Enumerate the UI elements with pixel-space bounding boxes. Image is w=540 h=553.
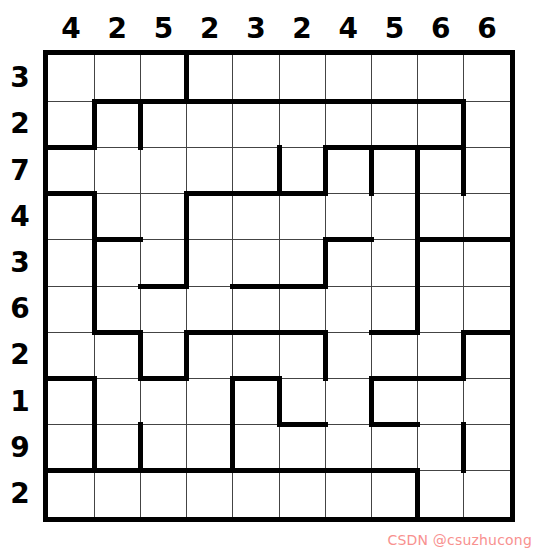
region-wall-vertical — [415, 145, 420, 196]
cell-r10-c6[interactable] — [279, 471, 325, 517]
region-wall-horizontal — [323, 99, 374, 104]
region-wall-vertical — [230, 376, 235, 427]
row-clue-7: 2 — [2, 338, 38, 372]
region-wall-horizontal — [230, 330, 281, 335]
cell-r10-c9[interactable] — [418, 471, 464, 517]
region-wall-horizontal — [230, 376, 281, 381]
cell-r1-c6[interactable] — [279, 55, 325, 101]
region-wall-vertical — [92, 237, 97, 288]
region-wall-vertical — [323, 237, 328, 288]
cell-r2-c3[interactable] — [140, 101, 186, 147]
cell-r9-c6[interactable] — [279, 425, 325, 471]
cell-r10-c1[interactable] — [48, 471, 94, 517]
cell-r6-c2[interactable] — [94, 286, 140, 332]
cell-r6-c3[interactable] — [140, 286, 186, 332]
cell-r9-c8[interactable] — [371, 425, 417, 471]
row-clue-10: 2 — [2, 477, 38, 511]
region-wall-horizontal — [48, 468, 97, 473]
cell-r9-c7[interactable] — [325, 425, 371, 471]
cell-r1-c10[interactable] — [464, 55, 510, 101]
cell-r5-c8[interactable] — [371, 240, 417, 286]
region-wall-vertical — [415, 191, 420, 242]
row-clue-5: 3 — [2, 246, 38, 280]
region-wall-horizontal — [92, 468, 143, 473]
cell-r5-c6[interactable] — [279, 240, 325, 286]
cell-r9-c4[interactable] — [187, 425, 233, 471]
region-wall-vertical — [138, 422, 143, 473]
cell-r1-c9[interactable] — [418, 55, 464, 101]
row-clue-1: 3 — [2, 61, 38, 95]
region-wall-vertical — [323, 330, 328, 381]
region-wall-horizontal — [48, 191, 97, 196]
cell-r3-c3[interactable] — [140, 147, 186, 193]
cell-r6-c9[interactable] — [418, 286, 464, 332]
cell-r5-c7[interactable] — [325, 240, 371, 286]
column-clue-3: 5 — [140, 12, 186, 46]
region-wall-horizontal — [461, 330, 510, 335]
region-wall-vertical — [92, 99, 97, 150]
region-wall-horizontal — [230, 191, 281, 196]
cell-r2-c7[interactable] — [325, 101, 371, 147]
region-wall-vertical — [369, 376, 374, 427]
region-wall-vertical — [138, 330, 143, 381]
region-wall-vertical — [230, 422, 235, 473]
cell-r10-c5[interactable] — [233, 471, 279, 517]
cell-r1-c3[interactable] — [140, 55, 186, 101]
region-wall-horizontal — [323, 145, 374, 150]
cell-r5-c4[interactable] — [187, 240, 233, 286]
column-clue-1: 4 — [48, 12, 94, 46]
region-wall-horizontal — [138, 99, 189, 104]
cell-r5-c5[interactable] — [233, 240, 279, 286]
region-wall-horizontal — [184, 99, 235, 104]
cell-r1-c4[interactable] — [187, 55, 233, 101]
region-wall-horizontal — [230, 99, 281, 104]
row-clue-4: 4 — [2, 200, 38, 234]
region-wall-vertical — [184, 330, 189, 381]
region-wall-vertical — [92, 284, 97, 335]
column-clue-4: 2 — [187, 12, 233, 46]
region-wall-horizontal — [369, 422, 420, 427]
cell-r5-c10[interactable] — [464, 240, 510, 286]
cell-r7-c6[interactable] — [279, 332, 325, 378]
cell-r8-c3[interactable] — [140, 378, 186, 424]
cell-r7-c2[interactable] — [94, 332, 140, 378]
region-wall-vertical — [461, 330, 466, 381]
cell-r6-c8[interactable] — [371, 286, 417, 332]
region-wall-horizontal — [277, 191, 328, 196]
region-wall-vertical — [184, 191, 189, 242]
row-clue-2: 2 — [2, 107, 38, 141]
region-wall-horizontal — [369, 330, 420, 335]
column-clue-5: 3 — [233, 12, 279, 46]
region-wall-vertical — [369, 145, 374, 196]
region-wall-horizontal — [277, 99, 328, 104]
cell-r6-c7[interactable] — [325, 286, 371, 332]
cell-r5-c2[interactable] — [94, 240, 140, 286]
column-clue-8: 5 — [371, 12, 417, 46]
region-wall-vertical — [461, 145, 466, 196]
cell-r9-c3[interactable] — [140, 425, 186, 471]
cell-r10-c10[interactable] — [464, 471, 510, 517]
cell-r2-c9[interactable] — [418, 101, 464, 147]
region-wall-horizontal — [415, 376, 466, 381]
cell-r4-c10[interactable] — [464, 194, 510, 240]
cell-r7-c7[interactable] — [325, 332, 371, 378]
region-wall-horizontal — [92, 99, 143, 104]
cell-r4-c5[interactable] — [233, 194, 279, 240]
cell-r5-c1[interactable] — [48, 240, 94, 286]
cell-r2-c6[interactable] — [279, 101, 325, 147]
region-wall-horizontal — [184, 468, 235, 473]
region-wall-horizontal — [277, 422, 328, 427]
region-wall-horizontal — [369, 145, 420, 150]
region-wall-horizontal — [277, 284, 328, 289]
row-clue-6: 6 — [2, 292, 38, 326]
cell-r10-c7[interactable] — [325, 471, 371, 517]
region-wall-horizontal — [369, 376, 420, 381]
cell-r8-c4[interactable] — [187, 378, 233, 424]
cell-r3-c8[interactable] — [371, 147, 417, 193]
region-wall-horizontal — [48, 145, 97, 150]
column-clue-6: 2 — [279, 12, 325, 46]
cell-r4-c2[interactable] — [94, 194, 140, 240]
cell-r9-c10[interactable] — [464, 425, 510, 471]
region-wall-vertical — [92, 191, 97, 242]
region-wall-horizontal — [415, 145, 466, 150]
region-wall-horizontal — [369, 468, 420, 473]
cell-r1-c1[interactable] — [48, 55, 94, 101]
cell-r2-c1[interactable] — [48, 101, 94, 147]
cell-r2-c2[interactable] — [94, 101, 140, 147]
cell-r9-c1[interactable] — [48, 425, 94, 471]
cell-r8-c1[interactable] — [48, 378, 94, 424]
cell-r3-c10[interactable] — [464, 147, 510, 193]
cell-r5-c9[interactable] — [418, 240, 464, 286]
row-clue-9: 9 — [2, 431, 38, 465]
region-wall-horizontal — [323, 237, 374, 242]
region-wall-horizontal — [277, 330, 328, 335]
cell-r9-c2[interactable] — [94, 425, 140, 471]
cell-r2-c8[interactable] — [371, 101, 417, 147]
cell-r4-c7[interactable] — [325, 194, 371, 240]
cell-r7-c4[interactable] — [187, 332, 233, 378]
cell-r3-c6[interactable] — [279, 147, 325, 193]
region-wall-vertical — [415, 284, 420, 335]
cell-r8-c2[interactable] — [94, 378, 140, 424]
cell-r2-c4[interactable] — [187, 101, 233, 147]
cell-r7-c5[interactable] — [233, 332, 279, 378]
cell-r8-c9[interactable] — [418, 378, 464, 424]
cell-r4-c3[interactable] — [140, 194, 186, 240]
region-wall-horizontal — [230, 284, 281, 289]
cell-r7-c1[interactable] — [48, 332, 94, 378]
column-clue-7: 4 — [325, 12, 371, 46]
region-wall-horizontal — [92, 330, 143, 335]
cell-r6-c5[interactable] — [233, 286, 279, 332]
cell-r3-c2[interactable] — [94, 147, 140, 193]
cell-r10-c8[interactable] — [371, 471, 417, 517]
cell-r10-c2[interactable] — [94, 471, 140, 517]
region-wall-horizontal — [138, 468, 189, 473]
cell-r6-c6[interactable] — [279, 286, 325, 332]
puzzle-grid[interactable] — [48, 55, 510, 517]
region-wall-vertical — [184, 55, 189, 104]
region-wall-vertical — [461, 99, 466, 150]
region-wall-horizontal — [138, 376, 189, 381]
watermark-text: CSDN @csuzhucong — [387, 532, 532, 548]
cell-r2-c10[interactable] — [464, 101, 510, 147]
cell-r3-c4[interactable] — [187, 147, 233, 193]
cell-r7-c8[interactable] — [371, 332, 417, 378]
cell-r4-c9[interactable] — [418, 194, 464, 240]
cell-r3-c5[interactable] — [233, 147, 279, 193]
region-wall-vertical — [138, 99, 143, 150]
region-wall-vertical — [415, 237, 420, 288]
region-wall-horizontal — [230, 468, 281, 473]
cell-r1-c5[interactable] — [233, 55, 279, 101]
region-wall-horizontal — [323, 468, 374, 473]
cell-r4-c1[interactable] — [48, 194, 94, 240]
cell-r3-c1[interactable] — [48, 147, 94, 193]
column-clue-9: 6 — [418, 12, 464, 46]
cell-r4-c4[interactable] — [187, 194, 233, 240]
cell-r6-c4[interactable] — [187, 286, 233, 332]
region-wall-vertical — [415, 468, 420, 517]
cell-r4-c6[interactable] — [279, 194, 325, 240]
region-wall-vertical — [184, 237, 189, 288]
row-clue-3: 7 — [2, 154, 38, 188]
cell-r8-c6[interactable] — [279, 378, 325, 424]
region-wall-horizontal — [138, 284, 189, 289]
cell-r5-c3[interactable] — [140, 240, 186, 286]
cell-r3-c7[interactable] — [325, 147, 371, 193]
cell-r7-c3[interactable] — [140, 332, 186, 378]
cell-r7-c9[interactable] — [418, 332, 464, 378]
region-wall-vertical — [92, 422, 97, 473]
region-wall-vertical — [92, 376, 97, 427]
cell-r1-c7[interactable] — [325, 55, 371, 101]
region-wall-horizontal — [92, 237, 143, 242]
cell-r10-c4[interactable] — [187, 471, 233, 517]
cell-r6-c1[interactable] — [48, 286, 94, 332]
cell-r4-c8[interactable] — [371, 194, 417, 240]
cell-r1-c2[interactable] — [94, 55, 140, 101]
cell-r8-c10[interactable] — [464, 378, 510, 424]
row-clue-8: 1 — [2, 385, 38, 419]
region-wall-horizontal — [415, 99, 466, 104]
region-wall-vertical — [277, 376, 282, 427]
region-wall-horizontal — [369, 99, 420, 104]
cell-r7-c10[interactable] — [464, 332, 510, 378]
cell-r1-c8[interactable] — [371, 55, 417, 101]
region-wall-horizontal — [184, 330, 235, 335]
cell-r3-c9[interactable] — [418, 147, 464, 193]
cell-r9-c9[interactable] — [418, 425, 464, 471]
cell-r2-c5[interactable] — [233, 101, 279, 147]
cell-r8-c8[interactable] — [371, 378, 417, 424]
cell-r10-c3[interactable] — [140, 471, 186, 517]
region-wall-horizontal — [415, 237, 466, 242]
column-clue-2: 2 — [94, 12, 140, 46]
cell-r8-c7[interactable] — [325, 378, 371, 424]
region-wall-horizontal — [461, 237, 510, 242]
region-wall-horizontal — [48, 376, 97, 381]
region-wall-vertical — [277, 145, 282, 196]
cell-r8-c5[interactable] — [233, 378, 279, 424]
cell-r6-c10[interactable] — [464, 286, 510, 332]
region-wall-horizontal — [184, 191, 235, 196]
puzzle-board-frame — [43, 50, 515, 522]
thin-gridline-vertical — [371, 55, 372, 517]
region-wall-horizontal — [277, 468, 328, 473]
region-wall-vertical — [461, 422, 466, 473]
region-wall-vertical — [323, 145, 328, 196]
cell-r9-c5[interactable] — [233, 425, 279, 471]
column-clue-10: 6 — [464, 12, 510, 46]
